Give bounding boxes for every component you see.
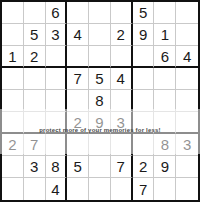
cell-r9c2[interactable] xyxy=(24,178,46,200)
cell-r7c6[interactable] xyxy=(111,134,133,156)
cell-r8c6[interactable]: 7 xyxy=(111,156,133,178)
cell-r5c7[interactable] xyxy=(133,90,155,112)
cell-r5c3[interactable] xyxy=(46,90,68,112)
cell-r6c8[interactable] xyxy=(154,112,176,134)
cell-r3c4[interactable] xyxy=(67,46,89,68)
cell-r6c1[interactable] xyxy=(2,112,24,134)
cell-r1c9[interactable] xyxy=(176,2,198,24)
cell-r6c2[interactable] xyxy=(24,112,46,134)
cell-r1c2[interactable] xyxy=(24,2,46,24)
cell-r6c6[interactable]: 3 xyxy=(111,112,133,134)
cell-r8c8[interactable]: 9 xyxy=(154,156,176,178)
cell-r7c1[interactable]: 2 xyxy=(2,134,24,156)
cell-r8c5[interactable] xyxy=(89,156,111,178)
cell-r2c5[interactable] xyxy=(89,24,111,46)
cell-r5c5[interactable]: 8 xyxy=(89,90,111,112)
cell-r1c7[interactable]: 5 xyxy=(133,2,155,24)
cell-r8c4[interactable]: 5 xyxy=(67,156,89,178)
cell-r6c3[interactable] xyxy=(46,112,68,134)
cell-r6c9[interactable] xyxy=(176,112,198,134)
cell-r4c1[interactable] xyxy=(2,68,24,90)
cell-r3c5[interactable] xyxy=(89,46,111,68)
cell-r8c7[interactable]: 2 xyxy=(133,156,155,178)
cell-r6c7[interactable] xyxy=(133,112,155,134)
cell-r1c6[interactable] xyxy=(111,2,133,24)
cell-r3c3[interactable] xyxy=(46,46,68,68)
cell-r2c8[interactable]: 1 xyxy=(154,24,176,46)
cell-r5c8[interactable] xyxy=(154,90,176,112)
cell-r9c8[interactable] xyxy=(154,178,176,200)
cell-r2c9[interactable] xyxy=(176,24,198,46)
cell-r3c6[interactable] xyxy=(111,46,133,68)
cell-r4c9[interactable] xyxy=(176,68,198,90)
cell-r4c6[interactable]: 4 xyxy=(111,68,133,90)
cell-r4c3[interactable] xyxy=(46,68,68,90)
cell-r5c2[interactable] xyxy=(24,90,46,112)
cell-r2c3[interactable]: 3 xyxy=(46,24,68,46)
cell-r7c8[interactable]: 8 xyxy=(154,134,176,156)
sudoku-board: 6553429112647548293278338572947 xyxy=(0,0,200,202)
cell-r1c8[interactable] xyxy=(154,2,176,24)
cell-r6c4[interactable]: 2 xyxy=(67,112,89,134)
cell-r1c5[interactable] xyxy=(89,2,111,24)
cell-r2c2[interactable]: 5 xyxy=(24,24,46,46)
cell-r8c9[interactable] xyxy=(176,156,198,178)
cell-r5c1[interactable] xyxy=(2,90,24,112)
cell-r7c5[interactable] xyxy=(89,134,111,156)
cell-r7c4[interactable] xyxy=(67,134,89,156)
sudoku-screenshot: 6553429112647548293278338572947 protect … xyxy=(0,0,200,202)
cell-r3c8[interactable]: 6 xyxy=(154,46,176,68)
cell-r5c4[interactable] xyxy=(67,90,89,112)
cell-r9c7[interactable]: 7 xyxy=(133,178,155,200)
cell-r3c7[interactable] xyxy=(133,46,155,68)
cell-r1c3[interactable]: 6 xyxy=(46,2,68,24)
cell-r4c8[interactable] xyxy=(154,68,176,90)
cell-r4c2[interactable] xyxy=(24,68,46,90)
cell-r7c2[interactable]: 7 xyxy=(24,134,46,156)
cell-r7c7[interactable] xyxy=(133,134,155,156)
cell-r7c9[interactable]: 3 xyxy=(176,134,198,156)
cell-r3c2[interactable]: 2 xyxy=(24,46,46,68)
cell-r4c4[interactable]: 7 xyxy=(67,68,89,90)
cell-r2c4[interactable]: 4 xyxy=(67,24,89,46)
cell-r4c5[interactable]: 5 xyxy=(89,68,111,90)
cell-r6c5[interactable]: 9 xyxy=(89,112,111,134)
cell-r7c3[interactable] xyxy=(46,134,68,156)
cell-r9c3[interactable]: 4 xyxy=(46,178,68,200)
cell-r9c4[interactable] xyxy=(67,178,89,200)
cell-r2c7[interactable]: 9 xyxy=(133,24,155,46)
cell-r1c1[interactable] xyxy=(2,2,24,24)
cell-r8c3[interactable]: 8 xyxy=(46,156,68,178)
cell-r8c1[interactable] xyxy=(2,156,24,178)
cell-r3c1[interactable]: 1 xyxy=(2,46,24,68)
cell-r1c4[interactable] xyxy=(67,2,89,24)
cell-r2c1[interactable] xyxy=(2,24,24,46)
cell-r5c9[interactable] xyxy=(176,90,198,112)
cell-r3c9[interactable]: 4 xyxy=(176,46,198,68)
cell-r2c6[interactable]: 2 xyxy=(111,24,133,46)
cell-r9c5[interactable] xyxy=(89,178,111,200)
cell-r5c6[interactable] xyxy=(111,90,133,112)
cell-r9c9[interactable] xyxy=(176,178,198,200)
cell-r8c2[interactable]: 3 xyxy=(24,156,46,178)
cell-r9c1[interactable] xyxy=(2,178,24,200)
cell-r4c7[interactable] xyxy=(133,68,155,90)
cell-r9c6[interactable] xyxy=(111,178,133,200)
